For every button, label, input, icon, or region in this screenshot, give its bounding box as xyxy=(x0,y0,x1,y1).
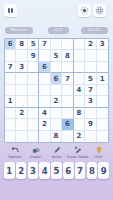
sudoku-cell-r6c3[interactable] xyxy=(28,96,39,107)
sudoku-cell-r7c9[interactable] xyxy=(97,108,108,119)
pause-icon xyxy=(8,8,13,14)
sudoku-cell-r8c8[interactable]: 9 xyxy=(85,119,96,130)
cell-digit: 5 xyxy=(54,52,59,60)
undo-button[interactable]: Rewind xyxy=(4,146,25,160)
sudoku-cell-r6c2[interactable] xyxy=(16,96,27,107)
sudoku-cell-r1c2[interactable]: 8 xyxy=(16,39,27,50)
cell-digit: 7 xyxy=(88,86,93,94)
sudoku-cell-r7c7[interactable]: 8 xyxy=(74,108,85,119)
sudoku-cell-r8c1[interactable] xyxy=(5,119,16,130)
cell-digit: 6 xyxy=(54,75,59,83)
sudoku-cell-r1c1[interactable]: 6 xyxy=(5,39,16,50)
cell-digit: 6 xyxy=(65,120,70,128)
undo-icon xyxy=(11,146,19,154)
pencil-icon xyxy=(53,146,61,154)
hint-label: Hint xyxy=(95,155,102,159)
sudoku-cell-r3c4[interactable]: 6 xyxy=(39,62,50,73)
sudoku-cell-r6c9[interactable] xyxy=(97,96,108,107)
theme-toggle-button[interactable] xyxy=(78,4,91,17)
sudoku-cell-r2c1[interactable] xyxy=(5,50,16,61)
sudoku-cell-r3c6[interactable] xyxy=(62,62,73,73)
numpad-key-5[interactable]: 5 xyxy=(51,162,62,179)
sudoku-cell-r4c5[interactable]: 6 xyxy=(51,73,62,84)
sudoku-cell-r1c7[interactable] xyxy=(74,39,85,50)
numpad-key-1[interactable]: 1 xyxy=(4,162,15,179)
cell-digit: 3 xyxy=(100,40,105,48)
pause-button[interactable] xyxy=(4,4,17,17)
sun-icon xyxy=(80,6,89,15)
mistakes-badge: 0/3 xyxy=(48,27,69,34)
cell-digit: 5 xyxy=(31,40,36,48)
sudoku-cell-r4c6[interactable]: 7 xyxy=(62,73,73,84)
cell-digit: 8 xyxy=(76,109,81,117)
sudoku-cell-r1c9[interactable]: 3 xyxy=(97,39,108,50)
sudoku-cell-r4c9[interactable]: 1 xyxy=(97,73,108,84)
sudoku-cell-r5c1[interactable] xyxy=(5,85,16,96)
cell-digit: 8 xyxy=(19,40,24,48)
cell-digit: 2 xyxy=(42,120,47,128)
sudoku-cell-r3c8[interactable] xyxy=(85,62,96,73)
sudoku-cell-r7c6[interactable] xyxy=(62,108,73,119)
sudoku-cell-r2c3[interactable]: 9 xyxy=(28,50,39,61)
sudoku-cell-r4c7[interactable] xyxy=(74,73,85,84)
sudoku-cell-r9c6[interactable] xyxy=(62,131,73,142)
sudoku-cell-r1c5[interactable] xyxy=(51,39,62,50)
eraser-icon xyxy=(32,146,40,154)
sudoku-board: 68572395873667514712324826982 xyxy=(4,38,109,143)
gear-icon xyxy=(95,6,104,15)
sudoku-cell-r8c9[interactable] xyxy=(97,119,108,130)
sudoku-cell-r2c5[interactable]: 5 xyxy=(51,50,62,61)
sudoku-cell-r5c9[interactable] xyxy=(97,85,108,96)
sudoku-cell-r1c4[interactable]: 7 xyxy=(39,39,50,50)
cell-digit: 1 xyxy=(100,75,105,83)
sudoku-app-screen: Medium 0/3 00:00 68572395873667514712324… xyxy=(0,0,113,200)
sudoku-cell-r2c7[interactable] xyxy=(74,50,85,61)
sudoku-cell-r3c7[interactable] xyxy=(74,62,85,73)
bulb-icon xyxy=(95,146,103,154)
notes-label: Notes xyxy=(51,155,61,159)
cell-digit: 3 xyxy=(19,63,24,71)
sudoku-cell-r8c7[interactable] xyxy=(74,119,85,130)
sudoku-cell-r8c3[interactable] xyxy=(28,119,39,130)
sudoku-cell-r2c8[interactable] xyxy=(85,50,96,61)
cell-digit: 8 xyxy=(65,52,70,60)
sudoku-cell-r6c5[interactable]: 2 xyxy=(51,96,62,107)
sudoku-cell-r2c6[interactable]: 8 xyxy=(62,50,73,61)
sudoku-cell-r3c1[interactable]: 7 xyxy=(5,62,16,73)
sudoku-cell-r8c5[interactable] xyxy=(51,119,62,130)
sudoku-cell-r3c2[interactable]: 3 xyxy=(16,62,27,73)
difficulty-badge[interactable]: Medium xyxy=(5,27,33,34)
sudoku-cell-r7c3[interactable] xyxy=(28,108,39,119)
sudoku-cell-r9c7[interactable]: 2 xyxy=(74,131,85,142)
numpad-key-8[interactable]: 8 xyxy=(87,162,98,179)
toolbar: RewindEraserNotesSuper NotesHint xyxy=(4,146,109,160)
cell-digit: 7 xyxy=(8,63,13,71)
sudoku-cell-r1c3[interactable]: 5 xyxy=(28,39,39,50)
sudoku-cell-r6c7[interactable] xyxy=(74,96,85,107)
cell-digit: 7 xyxy=(65,75,70,83)
cell-digit: 6 xyxy=(8,40,13,48)
cell-digit: 2 xyxy=(88,40,93,48)
sudoku-cell-r5c3[interactable] xyxy=(28,85,39,96)
sudoku-cell-r9c9[interactable] xyxy=(97,131,108,142)
sudoku-cell-r9c4[interactable] xyxy=(39,131,50,142)
sparkle-pencil-icon xyxy=(74,146,82,154)
cell-digit: 4 xyxy=(76,86,81,94)
sudoku-cell-r9c3[interactable] xyxy=(28,131,39,142)
number-pad: 123456789 xyxy=(4,162,109,179)
cell-digit: 4 xyxy=(42,109,47,117)
timer-badge: 00:00 xyxy=(81,27,108,34)
sudoku-cell-r3c3[interactable] xyxy=(28,62,39,73)
sudoku-cell-r5c6[interactable] xyxy=(62,85,73,96)
sudoku-cell-r6c6[interactable] xyxy=(62,96,73,107)
sudoku-cell-r9c2[interactable] xyxy=(16,131,27,142)
numpad-key-6[interactable]: 6 xyxy=(63,162,74,179)
numpad-key-9[interactable]: 9 xyxy=(98,162,109,179)
sudoku-cell-r4c3[interactable] xyxy=(28,73,39,84)
cell-digit: 2 xyxy=(19,109,24,117)
numpad-key-3[interactable]: 3 xyxy=(28,162,39,179)
sudoku-cell-r6c1[interactable]: 1 xyxy=(5,96,16,107)
cell-digit: 2 xyxy=(76,132,81,140)
hint-button[interactable]: Hint xyxy=(88,146,109,160)
sudoku-cell-r5c4[interactable] xyxy=(39,85,50,96)
super-notes-button[interactable]: Super Notes xyxy=(67,146,88,160)
super-notes-label: Super Notes xyxy=(67,155,88,159)
sudoku-cell-r2c2[interactable] xyxy=(16,50,27,61)
cell-digit: 5 xyxy=(88,75,93,83)
cell-digit: 6 xyxy=(42,63,47,71)
sudoku-cell-r7c1[interactable] xyxy=(5,108,16,119)
cell-digit: 9 xyxy=(31,52,36,60)
sudoku-cell-r6c4[interactable] xyxy=(39,96,50,107)
cell-digit: 2 xyxy=(54,97,59,105)
sudoku-cell-r2c4[interactable] xyxy=(39,50,50,61)
sudoku-cell-r7c5[interactable] xyxy=(51,108,62,119)
numpad-key-7[interactable]: 7 xyxy=(75,162,86,179)
sudoku-cell-r2c9[interactable] xyxy=(97,50,108,61)
sudoku-cell-r4c2[interactable] xyxy=(16,73,27,84)
sudoku-cell-r5c2[interactable] xyxy=(16,85,27,96)
cell-digit: 8 xyxy=(54,132,59,140)
sudoku-cell-r8c6[interactable]: 6 xyxy=(62,119,73,130)
settings-button[interactable] xyxy=(93,4,106,17)
sudoku-cell-r7c8[interactable] xyxy=(85,108,96,119)
eraser-button[interactable]: Eraser xyxy=(25,146,46,160)
sudoku-cell-r4c4[interactable] xyxy=(39,73,50,84)
sudoku-cell-r9c8[interactable] xyxy=(85,131,96,142)
cell-digit: 7 xyxy=(42,40,47,48)
sudoku-cell-r1c8[interactable]: 2 xyxy=(85,39,96,50)
notes-button[interactable]: Notes xyxy=(46,146,67,160)
sudoku-cell-r4c1[interactable] xyxy=(5,73,16,84)
sudoku-cell-r3c5[interactable] xyxy=(51,62,62,73)
sudoku-cell-r9c5[interactable]: 8 xyxy=(51,131,62,142)
eraser-label: Eraser xyxy=(30,155,41,159)
cell-digit: 9 xyxy=(88,120,93,128)
sudoku-cell-r4c8[interactable]: 5 xyxy=(85,73,96,84)
undo-label: Rewind xyxy=(8,155,21,159)
sudoku-cell-r7c4[interactable]: 4 xyxy=(39,108,50,119)
sudoku-cell-r9c1[interactable] xyxy=(5,131,16,142)
sudoku-cell-r8c4[interactable]: 2 xyxy=(39,119,50,130)
sudoku-cell-r5c8[interactable]: 7 xyxy=(85,85,96,96)
numpad-key-4[interactable]: 4 xyxy=(39,162,50,179)
cell-digit: 1 xyxy=(8,97,13,105)
sudoku-cell-r1c6[interactable] xyxy=(62,39,73,50)
sudoku-cell-r6c8[interactable]: 3 xyxy=(85,96,96,107)
numpad-key-2[interactable]: 2 xyxy=(16,162,27,179)
sudoku-cell-r5c7[interactable]: 4 xyxy=(74,85,85,96)
sudoku-cell-r7c2[interactable]: 2 xyxy=(16,108,27,119)
sudoku-cell-r5c5[interactable] xyxy=(51,85,62,96)
sudoku-cell-r3c9[interactable] xyxy=(97,62,108,73)
sudoku-cell-r8c2[interactable] xyxy=(16,119,27,130)
cell-digit: 3 xyxy=(88,97,93,105)
